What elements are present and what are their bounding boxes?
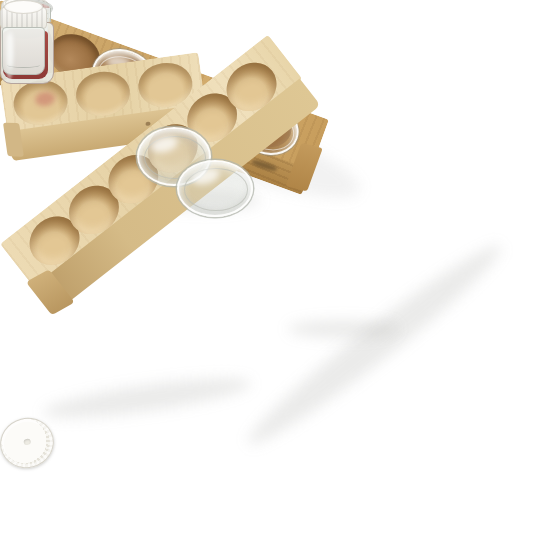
small-tray-shadow [41, 371, 253, 426]
empty-glass-body [2, 27, 45, 75]
leaning-white-fluted-lid [0, 412, 59, 474]
paint-smudge [34, 91, 56, 108]
glass-base-ring [7, 62, 40, 68]
white-lid-cap [4, 0, 43, 14]
jars-shadow [288, 320, 398, 338]
red-paint-jar [0, 332, 52, 418]
closed-empty-jar [0, 468, 45, 533]
product-photo-canvas [0, 0, 533, 533]
loose-glass-bowl-2 [177, 160, 253, 217]
long-tray-shadow [238, 233, 511, 457]
